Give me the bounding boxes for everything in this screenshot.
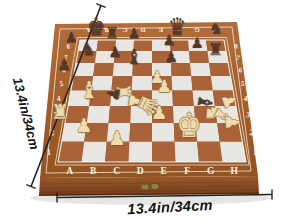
piece-dark-pawn: ♟ bbox=[164, 50, 178, 65]
product-photo: AABBCCDDEEFFGGHH 1122334455667788 ♛♚♞♟♜♟… bbox=[0, 0, 285, 221]
piece-dark-pawn: ♟ bbox=[103, 85, 122, 103]
chess-pieces: ♛♚♞♟♜♟♟♟♞♜♟♟♝♟♟♜♟♟♝♟♟♝♛♞♝♜♟♟♟♚♟ bbox=[0, 0, 285, 221]
piece-dark-pawn: ♟ bbox=[128, 26, 141, 40]
piece-light-pawn: ♟ bbox=[76, 117, 93, 136]
piece-light-rook: ♜ bbox=[113, 83, 133, 101]
piece-light-pawn: ♟ bbox=[125, 92, 144, 110]
piece-light-pawn: ♟ bbox=[223, 114, 241, 130]
piece-light-bishop: ♝ bbox=[209, 102, 235, 127]
piece-light-pawn: ♟ bbox=[156, 78, 171, 95]
piece-light-queen: ♛ bbox=[132, 90, 164, 121]
piece-dark-pawn: ♟ bbox=[57, 57, 71, 73]
piece-dark-pawn: ♟ bbox=[191, 36, 204, 51]
piece-dark-pawn: ♟ bbox=[65, 30, 78, 44]
piece-dark-pawn: ♟ bbox=[108, 45, 121, 60]
piece-dark-queen: ♛ bbox=[168, 14, 186, 38]
piece-light-king: ♚ bbox=[177, 108, 202, 142]
piece-light-pawn: ♟ bbox=[151, 104, 167, 122]
piece-dark-bishop: ♝ bbox=[194, 92, 216, 112]
piece-dark-rook: ♜ bbox=[105, 25, 119, 41]
piece-dark-bishop: ♝ bbox=[126, 47, 141, 68]
piece-dark-knight: ♞ bbox=[209, 22, 223, 38]
piece-dark-knight: ♞ bbox=[81, 41, 96, 58]
piece-light-rook: ♜ bbox=[51, 102, 69, 122]
piece-dark-king: ♚ bbox=[87, 15, 105, 40]
piece-light-bishop: ♝ bbox=[80, 79, 97, 102]
piece-dark-pawn: ♟ bbox=[163, 33, 176, 47]
piece-light-pawn: ♟ bbox=[108, 129, 125, 148]
piece-light-knight: ♞ bbox=[202, 103, 223, 122]
piece-light-pawn: ♟ bbox=[218, 91, 239, 111]
piece-dark-rook: ♜ bbox=[208, 41, 223, 58]
piece-light-pawn: ♟ bbox=[150, 70, 165, 86]
